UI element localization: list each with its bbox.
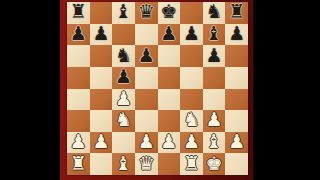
square-f4[interactable] — [180, 89, 203, 111]
black-pawn-piece[interactable]: ♟ — [228, 24, 245, 43]
square-e3[interactable] — [158, 110, 181, 132]
square-e6[interactable] — [158, 45, 181, 67]
square-a8[interactable]: ♜ — [67, 2, 90, 24]
square-c6[interactable]: ♞ — [112, 45, 135, 67]
square-f2[interactable]: ♟ — [180, 132, 203, 154]
white-pawn-piece[interactable]: ♟ — [70, 132, 87, 151]
square-b8[interactable] — [90, 2, 113, 24]
letterbox-right — [253, 0, 320, 180]
square-c4[interactable]: ♟ — [112, 89, 135, 111]
white-pawn-piece[interactable]: ♟ — [206, 110, 223, 129]
white-queen-piece[interactable]: ♛ — [138, 154, 155, 173]
letterbox-left — [0, 0, 60, 180]
square-g5[interactable] — [203, 67, 226, 89]
square-g1[interactable]: ♚ — [203, 153, 226, 175]
video-frame: ♜♝♛♚♞♜♟♟♟♟♝♟♞♟♟♟♟♞♞♟♟♟♟♟♟♝♟♜♝♛♜♚ — [0, 0, 320, 180]
square-e8[interactable]: ♚ — [158, 2, 181, 24]
white-pawn-piece[interactable]: ♟ — [160, 132, 177, 151]
square-g4[interactable] — [203, 89, 226, 111]
square-b7[interactable]: ♟ — [90, 24, 113, 46]
square-a2[interactable]: ♟ — [67, 132, 90, 154]
square-d6[interactable]: ♟ — [135, 45, 158, 67]
square-g2[interactable]: ♝ — [203, 132, 226, 154]
black-bishop-piece[interactable]: ♝ — [206, 24, 223, 43]
square-h5[interactable] — [225, 67, 248, 89]
square-d2[interactable]: ♟ — [135, 132, 158, 154]
black-pawn-piece[interactable]: ♟ — [160, 24, 177, 43]
white-pawn-piece[interactable]: ♟ — [92, 132, 109, 151]
black-king-piece[interactable]: ♚ — [160, 2, 177, 21]
white-pawn-piece[interactable]: ♟ — [115, 89, 132, 108]
white-pawn-piece[interactable]: ♟ — [228, 132, 245, 151]
square-a6[interactable] — [67, 45, 90, 67]
black-pawn-piece[interactable]: ♟ — [183, 24, 200, 43]
square-h2[interactable]: ♟ — [225, 132, 248, 154]
square-f7[interactable]: ♟ — [180, 24, 203, 46]
square-a1[interactable]: ♜ — [67, 153, 90, 175]
black-knight-piece[interactable]: ♞ — [206, 2, 223, 21]
square-h3[interactable] — [225, 110, 248, 132]
square-g7[interactable]: ♝ — [203, 24, 226, 46]
black-queen-piece[interactable]: ♛ — [138, 2, 155, 21]
square-d4[interactable] — [135, 89, 158, 111]
square-h8[interactable]: ♜ — [225, 2, 248, 24]
board-frame: ♜♝♛♚♞♜♟♟♟♟♝♟♞♟♟♟♟♞♞♟♟♟♟♟♟♝♟♜♝♛♜♚ — [60, 0, 253, 180]
square-c5[interactable]: ♟ — [112, 67, 135, 89]
black-pawn-piece[interactable]: ♟ — [206, 46, 223, 65]
square-a7[interactable]: ♟ — [67, 24, 90, 46]
square-a5[interactable] — [67, 67, 90, 89]
square-f8[interactable] — [180, 2, 203, 24]
square-b3[interactable] — [90, 110, 113, 132]
square-c2[interactable] — [112, 132, 135, 154]
black-pawn-piece[interactable]: ♟ — [92, 24, 109, 43]
square-a3[interactable] — [67, 110, 90, 132]
square-c7[interactable] — [112, 24, 135, 46]
square-b6[interactable] — [90, 45, 113, 67]
white-king-piece[interactable]: ♚ — [206, 154, 223, 173]
square-b4[interactable] — [90, 89, 113, 111]
square-d1[interactable]: ♛ — [135, 153, 158, 175]
black-pawn-piece[interactable]: ♟ — [138, 46, 155, 65]
white-pawn-piece[interactable]: ♟ — [183, 132, 200, 151]
white-pawn-piece[interactable]: ♟ — [138, 132, 155, 151]
square-c1[interactable]: ♝ — [112, 153, 135, 175]
square-c8[interactable]: ♝ — [112, 2, 135, 24]
square-e4[interactable] — [158, 89, 181, 111]
square-e1[interactable] — [158, 153, 181, 175]
black-bishop-piece[interactable]: ♝ — [115, 2, 132, 21]
square-g6[interactable]: ♟ — [203, 45, 226, 67]
square-d7[interactable] — [135, 24, 158, 46]
square-c3[interactable]: ♞ — [112, 110, 135, 132]
white-knight-piece[interactable]: ♞ — [183, 110, 200, 129]
square-b1[interactable] — [90, 153, 113, 175]
white-knight-piece[interactable]: ♞ — [115, 110, 132, 129]
square-g8[interactable]: ♞ — [203, 2, 226, 24]
square-h1[interactable] — [225, 153, 248, 175]
white-rook-piece[interactable]: ♜ — [70, 154, 87, 173]
square-a4[interactable] — [67, 89, 90, 111]
white-bishop-piece[interactable]: ♝ — [115, 154, 132, 173]
square-b5[interactable] — [90, 67, 113, 89]
square-e2[interactable]: ♟ — [158, 132, 181, 154]
white-bishop-piece[interactable]: ♝ — [206, 132, 223, 151]
black-rook-piece[interactable]: ♜ — [228, 2, 245, 21]
square-f3[interactable]: ♞ — [180, 110, 203, 132]
black-pawn-piece[interactable]: ♟ — [70, 24, 87, 43]
square-d8[interactable]: ♛ — [135, 2, 158, 24]
square-e7[interactable]: ♟ — [158, 24, 181, 46]
black-rook-piece[interactable]: ♜ — [70, 2, 87, 21]
square-g3[interactable]: ♟ — [203, 110, 226, 132]
square-h4[interactable] — [225, 89, 248, 111]
white-rook-piece[interactable]: ♜ — [183, 154, 200, 173]
square-e5[interactable] — [158, 67, 181, 89]
square-f5[interactable] — [180, 67, 203, 89]
square-d5[interactable] — [135, 67, 158, 89]
black-knight-piece[interactable]: ♞ — [115, 46, 132, 65]
square-h6[interactable] — [225, 45, 248, 67]
square-h7[interactable]: ♟ — [225, 24, 248, 46]
chess-board: ♜♝♛♚♞♜♟♟♟♟♝♟♞♟♟♟♟♞♞♟♟♟♟♟♟♝♟♜♝♛♜♚ — [67, 2, 248, 175]
square-f1[interactable]: ♜ — [180, 153, 203, 175]
black-pawn-piece[interactable]: ♟ — [115, 67, 132, 86]
square-f6[interactable] — [180, 45, 203, 67]
square-b2[interactable]: ♟ — [90, 132, 113, 154]
square-d3[interactable] — [135, 110, 158, 132]
